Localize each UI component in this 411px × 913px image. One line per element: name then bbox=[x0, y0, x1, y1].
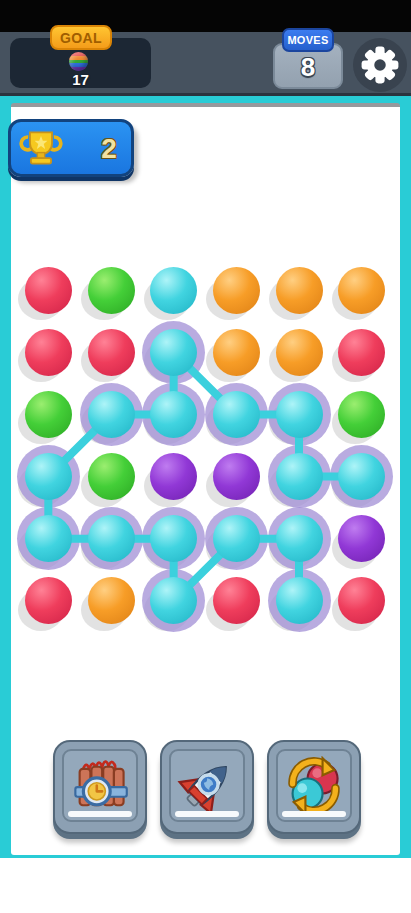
dot-r4c4-purple[interactable] bbox=[213, 453, 260, 500]
dot-r1c2-green[interactable] bbox=[88, 267, 135, 314]
dot-r4c1-cyan[interactable] bbox=[25, 453, 72, 500]
settings-button[interactable] bbox=[353, 38, 407, 92]
dot-r6c2-orange[interactable] bbox=[88, 577, 135, 624]
board bbox=[17, 259, 393, 632]
dot-r1c4-orange[interactable] bbox=[213, 267, 260, 314]
dot-r1c6-orange[interactable] bbox=[338, 267, 385, 314]
dot-r3c5-cyan[interactable] bbox=[276, 391, 323, 438]
dot-r5c6-purple[interactable] bbox=[338, 515, 385, 562]
board-dots bbox=[17, 259, 393, 632]
rocket-icon bbox=[176, 755, 238, 817]
gear-icon bbox=[357, 42, 403, 88]
dot-r1c1-red[interactable] bbox=[25, 267, 72, 314]
dot-r6c1-red[interactable] bbox=[25, 577, 72, 624]
score-badge: 2 bbox=[8, 119, 134, 177]
dot-r2c3-cyan[interactable] bbox=[150, 329, 197, 376]
dot-r6c4-red[interactable] bbox=[213, 577, 260, 624]
swap-icon bbox=[284, 756, 344, 816]
dot-r3c6-green[interactable] bbox=[338, 391, 385, 438]
dot-r1c5-orange[interactable] bbox=[276, 267, 323, 314]
booster-bomb-button[interactable] bbox=[53, 740, 147, 834]
dot-r2c1-red[interactable] bbox=[25, 329, 72, 376]
time-bomb-icon bbox=[70, 756, 130, 816]
dot-r3c3-cyan[interactable] bbox=[150, 391, 197, 438]
goal-badge: GOAL bbox=[50, 25, 112, 50]
dot-r6c3-cyan[interactable] bbox=[150, 577, 197, 624]
dot-r4c5-cyan[interactable] bbox=[276, 453, 323, 500]
dot-r5c1-cyan[interactable] bbox=[25, 515, 72, 562]
dot-r3c1-green[interactable] bbox=[25, 391, 72, 438]
dot-r6c6-red[interactable] bbox=[338, 577, 385, 624]
moves-badge: MOVES bbox=[282, 28, 334, 52]
moves-label: MOVES bbox=[287, 34, 328, 46]
dot-r5c3-cyan[interactable] bbox=[150, 515, 197, 562]
dot-r5c5-cyan[interactable] bbox=[276, 515, 323, 562]
rainbow-ball-icon bbox=[69, 52, 88, 71]
dot-r2c5-orange[interactable] bbox=[276, 329, 323, 376]
trophy-icon bbox=[19, 126, 63, 170]
moves-count: 8 bbox=[301, 47, 315, 87]
game-screen: GOAL 17 8 MOVES bbox=[0, 0, 411, 913]
score-value: 2 bbox=[89, 122, 129, 174]
dot-r2c4-orange[interactable] bbox=[213, 329, 260, 376]
dot-r1c3-cyan[interactable] bbox=[150, 267, 197, 314]
dot-r5c2-cyan[interactable] bbox=[88, 515, 135, 562]
dot-r3c2-cyan[interactable] bbox=[88, 391, 135, 438]
dot-r3c4-cyan[interactable] bbox=[213, 391, 260, 438]
booster-rocket-button[interactable] bbox=[160, 740, 254, 834]
dot-r2c2-red[interactable] bbox=[88, 329, 135, 376]
dot-r4c3-purple[interactable] bbox=[150, 453, 197, 500]
goal-count: 17 bbox=[10, 71, 151, 88]
dot-r6c5-cyan[interactable] bbox=[276, 577, 323, 624]
dot-r5c4-cyan[interactable] bbox=[213, 515, 260, 562]
dot-r4c6-cyan[interactable] bbox=[338, 453, 385, 500]
dot-r4c2-green[interactable] bbox=[88, 453, 135, 500]
goal-label: GOAL bbox=[60, 30, 102, 46]
booster-swap-button[interactable] bbox=[267, 740, 361, 834]
dot-r2c6-red[interactable] bbox=[338, 329, 385, 376]
